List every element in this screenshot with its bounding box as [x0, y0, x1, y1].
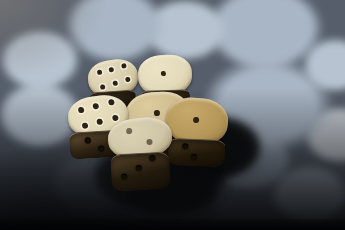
- die-front-top-2: [108, 118, 172, 188]
- die-pip: [191, 154, 197, 160]
- bottom-darkness: [0, 219, 345, 230]
- die-pip: [161, 71, 166, 76]
- die-pip: [93, 103, 100, 110]
- die-pip: [112, 81, 118, 87]
- die-pip: [183, 143, 189, 149]
- die-pip: [135, 165, 141, 171]
- die-pip: [98, 145, 104, 151]
- die-pip: [85, 137, 91, 143]
- die-front-face: [168, 138, 226, 167]
- die-pip: [82, 123, 89, 130]
- die-pip: [146, 139, 153, 146]
- die-front-face: [110, 151, 171, 191]
- die-pip: [108, 66, 114, 72]
- dice-cluster: [0, 0, 345, 230]
- die-pip: [96, 70, 102, 76]
- die-pip: [121, 174, 127, 180]
- die-pip: [125, 77, 131, 83]
- die-pip: [100, 84, 106, 90]
- die-pip: [108, 99, 115, 106]
- die-pip: [149, 155, 155, 161]
- die-pip: [121, 63, 127, 69]
- die-mid-right-top-1: [166, 98, 228, 164]
- die-pip: [78, 107, 85, 114]
- die-pip: [153, 110, 159, 116]
- dice-photo-scene: [0, 0, 345, 230]
- die-pip: [193, 116, 200, 123]
- die-pip: [97, 119, 104, 126]
- die-pip: [126, 128, 133, 135]
